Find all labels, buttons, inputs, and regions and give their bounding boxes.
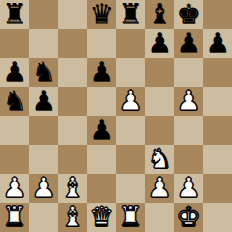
piece-white-pawn[interactable]: ♟ [176,174,200,202]
piece-white-rook[interactable]: ♜ [118,203,142,231]
square-c8[interactable] [58,0,87,29]
square-h6[interactable] [203,58,232,87]
piece-white-knight[interactable]: ♞ [147,145,171,173]
square-f6[interactable] [145,58,174,87]
square-b3[interactable] [29,145,58,174]
square-f5[interactable] [145,87,174,116]
piece-white-pawn[interactable]: ♟ [118,87,142,115]
square-f7[interactable]: ♟ [145,29,174,58]
square-e4[interactable] [116,116,145,145]
square-d4[interactable]: ♟ [87,116,116,145]
piece-black-pawn[interactable]: ♟ [2,58,26,86]
piece-black-rook[interactable]: ♜ [2,0,26,28]
square-b2[interactable]: ♟ [29,174,58,203]
square-f4[interactable] [145,116,174,145]
square-b5[interactable]: ♟ [29,87,58,116]
piece-white-pawn[interactable]: ♟ [2,174,26,202]
square-g7[interactable]: ♟ [174,29,203,58]
square-g1[interactable]: ♚ [174,203,203,232]
square-c3[interactable] [58,145,87,174]
square-g5[interactable]: ♟ [174,87,203,116]
square-c5[interactable] [58,87,87,116]
square-e6[interactable] [116,58,145,87]
square-e2[interactable] [116,174,145,203]
piece-black-knight[interactable]: ♞ [2,87,26,115]
piece-black-pawn[interactable]: ♟ [147,29,171,57]
square-d1[interactable]: ♛ [87,203,116,232]
square-c7[interactable] [58,29,87,58]
square-g6[interactable] [174,58,203,87]
square-a7[interactable] [0,29,29,58]
square-c4[interactable] [58,116,87,145]
square-h3[interactable] [203,145,232,174]
square-d2[interactable] [87,174,116,203]
square-f8[interactable]: ♝ [145,0,174,29]
piece-black-bishop[interactable]: ♝ [147,0,171,28]
square-c2[interactable]: ♝ [58,174,87,203]
square-a8[interactable]: ♜ [0,0,29,29]
square-a2[interactable]: ♟ [0,174,29,203]
square-h8[interactable] [203,0,232,29]
square-h4[interactable] [203,116,232,145]
piece-white-pawn[interactable]: ♟ [31,174,55,202]
piece-black-pawn[interactable]: ♟ [31,87,55,115]
square-h7[interactable]: ♟ [203,29,232,58]
square-c6[interactable] [58,58,87,87]
piece-black-queen[interactable]: ♛ [89,0,113,28]
square-f3[interactable]: ♞ [145,145,174,174]
square-f2[interactable]: ♟ [145,174,174,203]
piece-black-king[interactable]: ♚ [176,0,200,28]
piece-black-pawn[interactable]: ♟ [176,29,200,57]
square-a3[interactable] [0,145,29,174]
square-h1[interactable] [203,203,232,232]
piece-black-pawn[interactable]: ♟ [89,58,113,86]
square-g2[interactable]: ♟ [174,174,203,203]
piece-black-pawn[interactable]: ♟ [205,29,229,57]
square-f1[interactable] [145,203,174,232]
piece-black-rook[interactable]: ♜ [118,0,142,28]
square-a4[interactable] [0,116,29,145]
square-b7[interactable] [29,29,58,58]
square-d3[interactable] [87,145,116,174]
square-b4[interactable] [29,116,58,145]
square-e8[interactable]: ♜ [116,0,145,29]
square-d8[interactable]: ♛ [87,0,116,29]
square-e1[interactable]: ♜ [116,203,145,232]
piece-white-king[interactable]: ♚ [176,203,200,231]
square-h5[interactable] [203,87,232,116]
square-g4[interactable] [174,116,203,145]
square-a1[interactable]: ♜ [0,203,29,232]
square-b1[interactable] [29,203,58,232]
chess-board: ♜♛♜♝♚♟♟♟♟♞♟♞♟♟♟♟♞♟♟♝♟♟♜♝♛♜♚ [0,0,232,232]
piece-white-bishop[interactable]: ♝ [60,174,84,202]
piece-white-bishop[interactable]: ♝ [60,203,84,231]
square-a6[interactable]: ♟ [0,58,29,87]
square-d7[interactable] [87,29,116,58]
piece-black-pawn[interactable]: ♟ [89,116,113,144]
piece-white-queen[interactable]: ♛ [89,203,113,231]
piece-white-pawn[interactable]: ♟ [147,174,171,202]
piece-white-rook[interactable]: ♜ [2,203,26,231]
square-e3[interactable] [116,145,145,174]
square-b8[interactable] [29,0,58,29]
square-h2[interactable] [203,174,232,203]
square-d5[interactable] [87,87,116,116]
square-a5[interactable]: ♞ [0,87,29,116]
square-e7[interactable] [116,29,145,58]
square-c1[interactable]: ♝ [58,203,87,232]
square-e5[interactable]: ♟ [116,87,145,116]
square-d6[interactable]: ♟ [87,58,116,87]
square-g8[interactable]: ♚ [174,0,203,29]
square-b6[interactable]: ♞ [29,58,58,87]
square-g3[interactable] [174,145,203,174]
piece-black-knight[interactable]: ♞ [31,58,55,86]
piece-white-pawn[interactable]: ♟ [176,87,200,115]
